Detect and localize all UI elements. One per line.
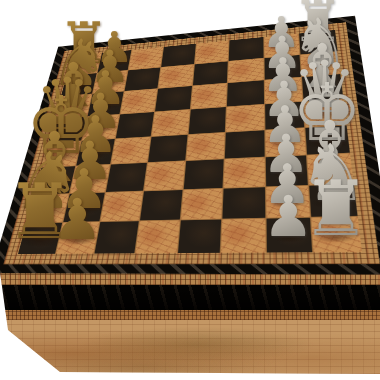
piece-black-pawn[interactable]: ♟ [52,191,103,248]
chess-set-photo: ♜♞♝♛♚♝♞♜♟♟♟♟♟♟♟♟♟♟♟♟♟♟♟♟♜♞♝♛♚♝♞♜ [0,0,380,380]
piece-white-rook[interactable]: ♜ [302,170,371,246]
piece-layer: ♜♞♝♛♚♝♞♜♟♟♟♟♟♟♟♟♟♟♟♟♟♟♟♟♜♞♝♛♚♝♞♜ [0,0,380,380]
